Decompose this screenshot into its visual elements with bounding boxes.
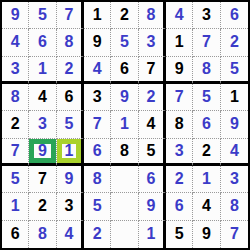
cell-r8c8[interactable]: 4 (193, 193, 220, 220)
cell-r1c1[interactable]: 9 (2, 2, 29, 29)
cell-r5c7[interactable]: 8 (166, 111, 193, 138)
cell-r6c1[interactable]: 7 (2, 139, 29, 166)
cell-r1c5[interactable]: 2 (111, 2, 138, 29)
cell-r1c6[interactable]: 8 (139, 2, 166, 29)
cell-r3c1[interactable]: 3 (2, 57, 29, 84)
cell-r3c9[interactable]: 5 (221, 57, 248, 84)
cell-r8c6[interactable]: 9 (139, 193, 166, 220)
cell-r7c4[interactable]: 8 (84, 166, 111, 193)
cell-r9c1[interactable]: 6 (2, 221, 29, 248)
cell-r6c8[interactable]: 2 (193, 139, 220, 166)
cell-r5c4[interactable]: 7 (84, 111, 111, 138)
cell-r6c9[interactable]: 4 (221, 139, 248, 166)
cell-r9c2[interactable]: 8 (29, 221, 56, 248)
cell-r3c3[interactable]: 2 (57, 57, 84, 84)
cell-r3c5[interactable]: 6 (111, 57, 138, 84)
cell-r6c3[interactable]: 1 (57, 139, 84, 166)
cell-r9c3[interactable]: 4 (57, 221, 84, 248)
cell-r4c1[interactable]: 8 (2, 84, 29, 111)
cell-r1c2[interactable]: 5 (29, 2, 56, 29)
cell-r4c2[interactable]: 4 (29, 84, 56, 111)
cell-r1c8[interactable]: 3 (193, 2, 220, 29)
cell-r8c1[interactable]: 1 (2, 193, 29, 220)
cell-r7c5[interactable] (111, 166, 138, 193)
cell-r6c5[interactable]: 8 (111, 139, 138, 166)
cell-r3c4[interactable]: 4 (84, 57, 111, 84)
cell-r7c8[interactable]: 1 (193, 166, 220, 193)
cell-r2c2[interactable]: 6 (29, 29, 56, 56)
cell-r2c3[interactable]: 8 (57, 29, 84, 56)
cell-r3c8[interactable]: 8 (193, 57, 220, 84)
cell-r9c4[interactable]: 2 (84, 221, 111, 248)
cell-r6c6[interactable]: 5 (139, 139, 166, 166)
cell-r8c4[interactable]: 5 (84, 193, 111, 220)
cell-r8c3[interactable]: 3 (57, 193, 84, 220)
cell-r5c8[interactable]: 6 (193, 111, 220, 138)
sudoku-board: 9571284364689531723124679858463927512357… (0, 0, 250, 250)
cell-r2c9[interactable]: 2 (221, 29, 248, 56)
cell-r5c6[interactable]: 4 (139, 111, 166, 138)
cell-r8c5[interactable] (111, 193, 138, 220)
cell-r2c5[interactable]: 5 (111, 29, 138, 56)
cell-r6c7[interactable]: 3 (166, 139, 193, 166)
cell-r7c9[interactable]: 3 (221, 166, 248, 193)
cell-r1c4[interactable]: 1 (84, 2, 111, 29)
cell-r4c3[interactable]: 6 (57, 84, 84, 111)
cell-r2c1[interactable]: 4 (2, 29, 29, 56)
cell-r7c7[interactable]: 2 (166, 166, 193, 193)
cell-r8c9[interactable]: 8 (221, 193, 248, 220)
cell-r3c7[interactable]: 9 (166, 57, 193, 84)
cell-r4c4[interactable]: 3 (84, 84, 111, 111)
cell-r1c7[interactable]: 4 (166, 2, 193, 29)
cell-r8c7[interactable]: 6 (166, 193, 193, 220)
cell-r4c5[interactable]: 9 (111, 84, 138, 111)
cell-r5c9[interactable]: 9 (221, 111, 248, 138)
cell-r5c3[interactable]: 5 (57, 111, 84, 138)
cell-r9c7[interactable]: 5 (166, 221, 193, 248)
cell-r7c1[interactable]: 5 (2, 166, 29, 193)
cell-r4c9[interactable]: 1 (221, 84, 248, 111)
cell-r9c5[interactable] (111, 221, 138, 248)
cell-r4c8[interactable]: 5 (193, 84, 220, 111)
cell-r9c8[interactable]: 9 (193, 221, 220, 248)
cell-r2c4[interactable]: 9 (84, 29, 111, 56)
cell-r3c2[interactable]: 1 (29, 57, 56, 84)
cell-r2c7[interactable]: 1 (166, 29, 193, 56)
cell-r5c5[interactable]: 1 (111, 111, 138, 138)
cell-r4c6[interactable]: 2 (139, 84, 166, 111)
cell-r6c2[interactable]: 9 (29, 139, 56, 166)
cell-r5c2[interactable]: 3 (29, 111, 56, 138)
cell-r7c2[interactable]: 7 (29, 166, 56, 193)
cell-r9c6[interactable]: 1 (139, 221, 166, 248)
cell-r8c2[interactable]: 2 (29, 193, 56, 220)
cell-r2c8[interactable]: 7 (193, 29, 220, 56)
cell-r3c6[interactable]: 7 (139, 57, 166, 84)
cell-r5c1[interactable]: 2 (2, 111, 29, 138)
cell-r7c3[interactable]: 9 (57, 166, 84, 193)
cell-r1c9[interactable]: 6 (221, 2, 248, 29)
cell-r9c9[interactable]: 7 (221, 221, 248, 248)
cell-r1c3[interactable]: 7 (57, 2, 84, 29)
cell-r7c6[interactable]: 6 (139, 166, 166, 193)
cell-r6c4[interactable]: 6 (84, 139, 111, 166)
cell-r4c7[interactable]: 7 (166, 84, 193, 111)
cell-r2c6[interactable]: 3 (139, 29, 166, 56)
